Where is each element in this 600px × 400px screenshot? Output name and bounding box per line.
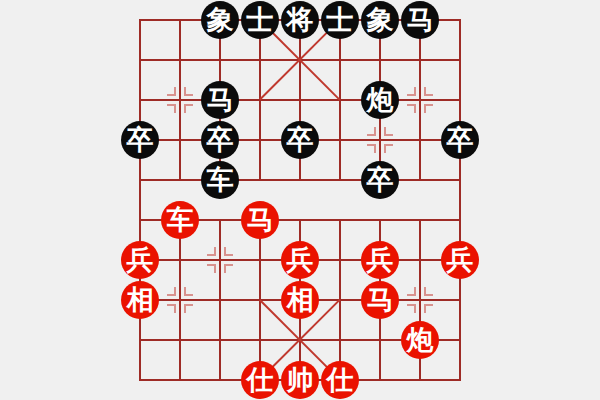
piece-red-advisor[interactable]: 仕	[321, 361, 359, 399]
piece-black-soldier[interactable]: 卒	[201, 121, 239, 159]
piece-red-soldier[interactable]: 兵	[441, 241, 479, 279]
piece-black-soldier[interactable]: 卒	[361, 161, 399, 199]
piece-red-cannon[interactable]: 炮	[401, 321, 439, 359]
piece-black-advisor[interactable]: 士	[241, 1, 279, 39]
piece-black-horse[interactable]: 马	[401, 1, 439, 39]
board-pieces-layer: 象士将士象马马炮卒卒卒卒车卒车马兵兵兵兵相相马炮仕帅仕	[0, 0, 600, 400]
piece-black-advisor[interactable]: 士	[321, 1, 359, 39]
piece-red-elephant[interactable]: 相	[281, 281, 319, 319]
piece-black-soldier[interactable]: 卒	[441, 121, 479, 159]
app-background: 象士将士象马马炮卒卒卒卒车卒车马兵兵兵兵相相马炮仕帅仕	[0, 0, 600, 400]
piece-red-horse[interactable]: 马	[241, 201, 279, 239]
piece-red-elephant[interactable]: 相	[121, 281, 159, 319]
piece-black-horse[interactable]: 马	[201, 81, 239, 119]
piece-red-general[interactable]: 帅	[281, 361, 319, 399]
piece-red-soldier[interactable]: 兵	[361, 241, 399, 279]
piece-black-elephant[interactable]: 象	[201, 1, 239, 39]
piece-black-chariot[interactable]: 车	[201, 161, 239, 199]
piece-red-horse[interactable]: 马	[361, 281, 399, 319]
piece-red-advisor[interactable]: 仕	[241, 361, 279, 399]
piece-black-soldier[interactable]: 卒	[121, 121, 159, 159]
piece-black-soldier[interactable]: 卒	[281, 121, 319, 159]
piece-black-cannon[interactable]: 炮	[361, 81, 399, 119]
piece-black-general[interactable]: 将	[281, 1, 319, 39]
xiangqi-board[interactable]: 象士将士象马马炮卒卒卒卒车卒车马兵兵兵兵相相马炮仕帅仕	[0, 0, 600, 400]
piece-red-chariot[interactable]: 车	[161, 201, 199, 239]
piece-red-soldier[interactable]: 兵	[281, 241, 319, 279]
piece-black-elephant[interactable]: 象	[361, 1, 399, 39]
piece-red-soldier[interactable]: 兵	[121, 241, 159, 279]
